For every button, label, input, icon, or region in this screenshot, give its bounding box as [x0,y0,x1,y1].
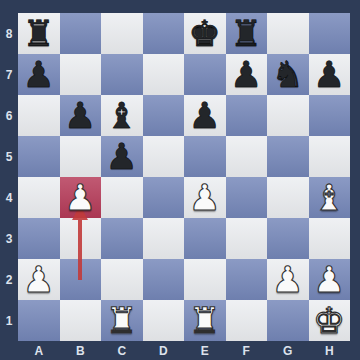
chess-board: ♜♚♜♟♟♞♟♟♝♟♟♟♟♝♟♟♟♜♜♚ [18,13,350,341]
square-e8[interactable]: ♚ [184,13,226,54]
rank-label-5: 5 [0,136,18,177]
square-h3[interactable] [309,218,351,259]
piece-white-pawn-g2[interactable]: ♟ [272,262,304,298]
square-c2[interactable] [101,259,143,300]
square-f7[interactable]: ♟ [226,54,268,95]
chess-board-frame: ♜♚♜♟♟♞♟♟♝♟♟♟♟♝♟♟♟♜♜♚ 87654321 ABCDEFGH [0,0,360,360]
file-label-a: A [18,341,60,360]
square-a3[interactable] [18,218,60,259]
file-label-d: D [143,341,185,360]
square-e2[interactable] [184,259,226,300]
square-a6[interactable] [18,95,60,136]
square-a8[interactable]: ♜ [18,13,60,54]
square-e6[interactable]: ♟ [184,95,226,136]
piece-white-king-h1[interactable]: ♚ [313,303,345,339]
file-label-b: B [60,341,102,360]
square-d2[interactable] [143,259,185,300]
piece-white-pawn-b4[interactable]: ♟ [64,180,96,216]
square-b7[interactable] [60,54,102,95]
piece-white-bishop-h4[interactable]: ♝ [313,180,345,216]
square-h1[interactable]: ♚ [309,300,351,341]
piece-white-rook-e1[interactable]: ♜ [189,303,221,339]
square-g5[interactable] [267,136,309,177]
square-a2[interactable]: ♟ [18,259,60,300]
piece-black-pawn-c5[interactable]: ♟ [106,139,138,175]
square-d7[interactable] [143,54,185,95]
piece-white-pawn-a2[interactable]: ♟ [23,262,55,298]
square-h5[interactable] [309,136,351,177]
piece-black-pawn-e6[interactable]: ♟ [189,98,221,134]
square-h8[interactable] [309,13,351,54]
square-e4[interactable]: ♟ [184,177,226,218]
square-c7[interactable] [101,54,143,95]
square-h7[interactable]: ♟ [309,54,351,95]
piece-black-bishop-c6[interactable]: ♝ [106,98,138,134]
rank-label-1: 1 [0,300,18,341]
square-g3[interactable] [267,218,309,259]
square-f4[interactable] [226,177,268,218]
square-b6[interactable]: ♟ [60,95,102,136]
arrow-shaft [78,220,83,280]
square-f5[interactable] [226,136,268,177]
square-f1[interactable] [226,300,268,341]
rank-label-3: 3 [0,218,18,259]
square-c4[interactable] [101,177,143,218]
square-g6[interactable] [267,95,309,136]
square-b5[interactable] [60,136,102,177]
rank-label-6: 6 [0,95,18,136]
square-c6[interactable]: ♝ [101,95,143,136]
square-f3[interactable] [226,218,268,259]
piece-black-knight-g7[interactable]: ♞ [272,57,304,93]
square-d5[interactable] [143,136,185,177]
square-d6[interactable] [143,95,185,136]
square-e7[interactable] [184,54,226,95]
square-a5[interactable] [18,136,60,177]
square-f2[interactable] [226,259,268,300]
piece-black-pawn-a7[interactable]: ♟ [23,57,55,93]
square-h2[interactable]: ♟ [309,259,351,300]
square-g4[interactable] [267,177,309,218]
square-c1[interactable]: ♜ [101,300,143,341]
square-g2[interactable]: ♟ [267,259,309,300]
square-a1[interactable] [18,300,60,341]
square-e5[interactable] [184,136,226,177]
square-a7[interactable]: ♟ [18,54,60,95]
square-g7[interactable]: ♞ [267,54,309,95]
square-b8[interactable] [60,13,102,54]
square-b1[interactable] [60,300,102,341]
file-label-g: G [267,341,309,360]
square-g1[interactable] [267,300,309,341]
piece-black-pawn-f7[interactable]: ♟ [230,57,262,93]
square-c8[interactable] [101,13,143,54]
square-d3[interactable] [143,218,185,259]
square-d8[interactable] [143,13,185,54]
rank-label-4: 4 [0,177,18,218]
file-label-e: E [184,341,226,360]
rank-label-2: 2 [0,259,18,300]
piece-black-rook-a8[interactable]: ♜ [23,16,55,52]
file-label-h: H [309,341,351,360]
square-f8[interactable]: ♜ [226,13,268,54]
square-d4[interactable] [143,177,185,218]
file-label-c: C [101,341,143,360]
square-b4[interactable]: ♟ [60,177,102,218]
square-h4[interactable]: ♝ [309,177,351,218]
square-a4[interactable] [18,177,60,218]
file-labels: ABCDEFGH [18,341,350,360]
piece-black-king-e8[interactable]: ♚ [189,16,221,52]
file-label-f: F [226,341,268,360]
rank-label-7: 7 [0,54,18,95]
square-c3[interactable] [101,218,143,259]
piece-white-rook-c1[interactable]: ♜ [106,303,138,339]
square-c5[interactable]: ♟ [101,136,143,177]
piece-white-pawn-e4[interactable]: ♟ [189,180,221,216]
piece-black-pawn-b6[interactable]: ♟ [64,98,96,134]
rank-labels: 87654321 [0,13,18,341]
piece-white-pawn-h2[interactable]: ♟ [313,262,345,298]
piece-black-pawn-h7[interactable]: ♟ [313,57,345,93]
square-g8[interactable] [267,13,309,54]
piece-black-rook-f8[interactable]: ♜ [230,16,262,52]
square-d1[interactable] [143,300,185,341]
square-e3[interactable] [184,218,226,259]
square-f6[interactable] [226,95,268,136]
rank-label-8: 8 [0,13,18,54]
square-e1[interactable]: ♜ [184,300,226,341]
square-h6[interactable] [309,95,351,136]
